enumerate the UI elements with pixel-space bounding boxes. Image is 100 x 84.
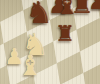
piece-dark-rook[interactable]: ♜ — [55, 23, 75, 45]
pieces-layer: ♞♟♝♜♟♜♞♟♝ — [0, 0, 100, 84]
piece-light-bishop[interactable]: ♝ — [17, 52, 42, 80]
piece-dark-pawn[interactable]: ♟ — [88, 0, 100, 13]
chessboard-photo: ♞♟♝♜♟♜♞♟♝ — [0, 0, 100, 84]
